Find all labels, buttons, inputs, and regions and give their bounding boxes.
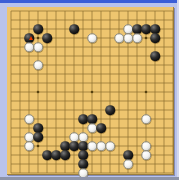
white-stone <box>33 60 43 70</box>
last-move-marker <box>29 36 33 40</box>
white-stone <box>24 141 34 151</box>
window-bottom-edge <box>0 177 179 180</box>
white-stone <box>141 150 151 160</box>
white-stone <box>141 114 151 124</box>
black-stone <box>60 150 70 160</box>
go-board[interactable] <box>7 7 174 175</box>
black-stone <box>42 33 52 43</box>
white-stone <box>132 33 142 43</box>
black-stone <box>69 24 79 34</box>
white-stone <box>24 114 34 124</box>
black-stone <box>105 105 115 115</box>
window-frame <box>0 0 179 180</box>
black-stone <box>96 123 106 133</box>
white-stone <box>123 159 133 169</box>
white-stone <box>87 33 97 43</box>
black-stone <box>33 24 43 34</box>
window-right-edge <box>177 0 179 180</box>
black-stone <box>150 51 160 61</box>
black-stone <box>150 33 160 43</box>
title-bar-edge <box>0 0 179 3</box>
white-stone <box>105 141 115 151</box>
black-stone <box>33 132 43 142</box>
white-stone <box>33 42 43 52</box>
